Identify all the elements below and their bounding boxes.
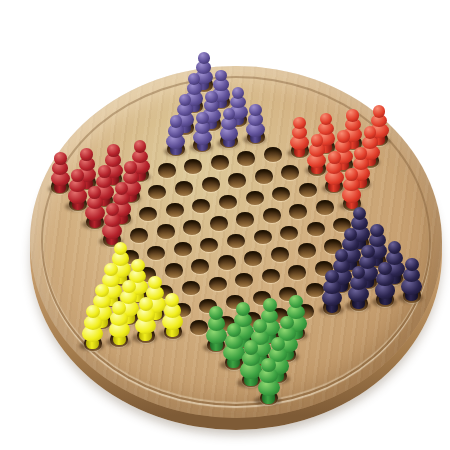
- chinese-checkers-photo: [0, 0, 450, 450]
- hole[interactable]: [227, 234, 245, 249]
- peg-head: [271, 337, 285, 351]
- hole[interactable]: [281, 165, 299, 180]
- hole[interactable]: [298, 243, 316, 258]
- peg-yellow[interactable]: [109, 301, 130, 346]
- peg-head: [95, 284, 109, 298]
- peg-head: [215, 70, 227, 82]
- hole[interactable]: [272, 187, 290, 202]
- hole[interactable]: [148, 185, 166, 200]
- hole[interactable]: [255, 169, 273, 184]
- peg-head: [261, 358, 276, 372]
- hole[interactable]: [174, 242, 192, 257]
- peg-head: [370, 224, 383, 237]
- peg-head: [54, 152, 67, 165]
- peg-head: [353, 207, 366, 220]
- hole[interactable]: [184, 159, 202, 174]
- hole[interactable]: [130, 228, 148, 243]
- peg-grid: [0, 0, 450, 450]
- hole[interactable]: [264, 147, 282, 162]
- hole[interactable]: [166, 203, 184, 218]
- peg-head: [205, 91, 217, 103]
- peg-head: [223, 108, 235, 120]
- peg-head: [107, 144, 120, 157]
- peg-head: [335, 249, 349, 262]
- hole[interactable]: [254, 230, 272, 245]
- peg-navy[interactable]: [322, 270, 343, 314]
- hole[interactable]: [280, 226, 298, 241]
- peg-head: [345, 168, 358, 181]
- hole[interactable]: [139, 207, 157, 222]
- hole[interactable]: [157, 224, 175, 239]
- peg-head: [139, 297, 153, 311]
- hole[interactable]: [192, 199, 210, 214]
- peg-head: [263, 298, 277, 312]
- peg-purple[interactable]: [246, 104, 265, 143]
- peg-navy[interactable]: [348, 266, 369, 310]
- peg-head: [198, 52, 210, 64]
- peg-head: [112, 301, 126, 315]
- hole[interactable]: [289, 204, 307, 219]
- hole[interactable]: [218, 255, 236, 270]
- hole[interactable]: [263, 208, 281, 223]
- hole[interactable]: [244, 251, 262, 266]
- peg-head: [325, 270, 339, 284]
- peg-head: [405, 258, 419, 271]
- hole[interactable]: [202, 177, 220, 192]
- hole[interactable]: [228, 173, 246, 188]
- peg-head: [232, 87, 244, 99]
- peg-head: [71, 169, 84, 182]
- peg-head: [131, 259, 145, 272]
- hole[interactable]: [246, 191, 264, 206]
- hole[interactable]: [182, 281, 200, 296]
- peg-head: [104, 263, 118, 277]
- hole[interactable]: [175, 181, 193, 196]
- peg-head: [346, 109, 358, 121]
- hole[interactable]: [262, 269, 280, 284]
- peg-purple[interactable]: [220, 108, 239, 147]
- hole[interactable]: [271, 247, 289, 262]
- peg-yellow[interactable]: [82, 305, 103, 350]
- peg-head: [80, 148, 93, 161]
- hole[interactable]: [316, 200, 334, 215]
- hole[interactable]: [210, 216, 228, 231]
- peg-head: [364, 126, 377, 138]
- peg-head: [122, 280, 136, 294]
- peg-purple[interactable]: [193, 112, 212, 152]
- peg-head: [328, 151, 341, 164]
- peg-navy[interactable]: [401, 258, 422, 302]
- hole[interactable]: [236, 212, 254, 227]
- peg-purple[interactable]: [166, 115, 185, 155]
- hole[interactable]: [191, 259, 209, 274]
- hole[interactable]: [183, 220, 201, 235]
- peg-red[interactable]: [290, 117, 309, 157]
- peg-green[interactable]: [258, 358, 280, 404]
- hole[interactable]: [299, 183, 317, 198]
- hole[interactable]: [211, 155, 229, 170]
- peg-head: [196, 112, 208, 124]
- hole[interactable]: [147, 246, 165, 261]
- hole[interactable]: [288, 265, 306, 280]
- peg-yellow[interactable]: [162, 293, 183, 337]
- peg-head: [134, 140, 147, 152]
- peg-head: [170, 115, 182, 127]
- hole[interactable]: [209, 277, 227, 292]
- hole[interactable]: [158, 163, 176, 178]
- peg-navy[interactable]: [375, 262, 396, 306]
- peg-head: [249, 104, 261, 116]
- peg-head: [244, 340, 258, 354]
- peg-head: [86, 305, 100, 319]
- hole[interactable]: [219, 195, 237, 210]
- hole[interactable]: [200, 238, 218, 253]
- peg-head: [293, 117, 305, 129]
- peg-head: [165, 293, 179, 307]
- peg-red[interactable]: [342, 168, 362, 209]
- hole[interactable]: [307, 222, 325, 237]
- peg-crimson[interactable]: [102, 203, 122, 245]
- peg-head: [373, 105, 385, 117]
- peg-red[interactable]: [307, 134, 326, 174]
- peg-head: [114, 242, 128, 255]
- peg-head: [344, 228, 357, 241]
- peg-head: [98, 165, 111, 178]
- peg-head: [337, 130, 350, 142]
- hole[interactable]: [165, 263, 183, 278]
- peg-head: [311, 134, 324, 146]
- peg-yellow[interactable]: [135, 297, 156, 342]
- peg-head: [227, 323, 241, 337]
- hole[interactable]: [237, 151, 255, 166]
- peg-head: [361, 245, 375, 258]
- hole[interactable]: [235, 273, 253, 288]
